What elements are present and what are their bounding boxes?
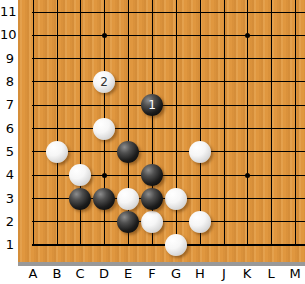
stone-white-g1[interactable] <box>165 234 187 256</box>
row-label-11: 11 <box>0 5 14 19</box>
row-label-4: 4 <box>0 168 14 182</box>
star-point-D4 <box>102 173 107 178</box>
grid-vline-B <box>57 0 58 246</box>
grid-vline-M <box>295 0 296 246</box>
row-label-10: 10 <box>0 28 14 42</box>
stone-white-c4[interactable] <box>69 164 91 186</box>
col-label-B: B <box>49 267 65 281</box>
grid-hline-7 <box>32 105 305 106</box>
row-label-9: 9 <box>0 52 14 66</box>
stone-white-b5[interactable] <box>46 141 68 163</box>
row-label-2: 2 <box>0 215 14 229</box>
grid-vline-J <box>224 0 225 246</box>
row-label-7: 7 <box>0 98 14 112</box>
stone-black-f3[interactable] <box>141 188 163 210</box>
grid-hline-5 <box>32 151 305 152</box>
stone-white-h5[interactable] <box>189 141 211 163</box>
star-point-D10 <box>102 33 107 38</box>
col-label-E: E <box>120 267 136 281</box>
row-label-3: 3 <box>0 192 14 206</box>
star-point-K10 <box>245 33 250 38</box>
grid-hline-11 <box>32 12 305 13</box>
stone-black-e2[interactable] <box>117 211 139 233</box>
move-number-label: 1 <box>148 99 156 111</box>
grid-hline-9 <box>32 58 305 59</box>
grid-hline-6 <box>32 128 305 129</box>
stone-white-d6[interactable] <box>93 118 115 140</box>
stone-black-f7[interactable]: 1 <box>141 94 163 116</box>
col-label-D: D <box>96 267 112 281</box>
stone-white-g3[interactable] <box>165 188 187 210</box>
stone-white-h2[interactable] <box>189 211 211 233</box>
col-label-G: G <box>168 267 184 281</box>
col-label-C: C <box>72 267 88 281</box>
row-label-5: 5 <box>0 145 14 159</box>
grid-hline-2 <box>32 221 305 222</box>
col-label-K: K <box>239 267 255 281</box>
row-label-1: 1 <box>0 238 14 252</box>
stone-black-f4[interactable] <box>141 164 163 186</box>
grid-vline-L <box>271 0 272 246</box>
go-board-diagram: 21 1234567891011 ABCDEFGHJKLM <box>0 0 305 284</box>
stone-white-e3[interactable] <box>117 188 139 210</box>
grid-hline-8 <box>32 81 305 82</box>
grid-vline-A <box>33 0 34 246</box>
row-label-8: 8 <box>0 75 14 89</box>
grid-hline-10 <box>32 35 305 36</box>
star-point-K4 <box>245 173 250 178</box>
stone-black-e5[interactable] <box>117 141 139 163</box>
col-label-L: L <box>263 267 279 281</box>
grid-vline-H <box>200 0 201 246</box>
stone-black-d3[interactable] <box>93 188 115 210</box>
col-label-M: M <box>287 267 303 281</box>
move-number-label: 2 <box>100 76 108 88</box>
col-label-A: A <box>25 267 41 281</box>
stone-white-d8[interactable]: 2 <box>93 71 115 93</box>
stone-white-f2[interactable] <box>141 211 163 233</box>
col-label-H: H <box>192 267 208 281</box>
col-label-F: F <box>144 267 160 281</box>
board-bottom-shadow <box>18 262 305 266</box>
col-label-J: J <box>216 267 232 281</box>
stone-black-c3[interactable] <box>69 188 91 210</box>
row-label-6: 6 <box>0 122 14 136</box>
